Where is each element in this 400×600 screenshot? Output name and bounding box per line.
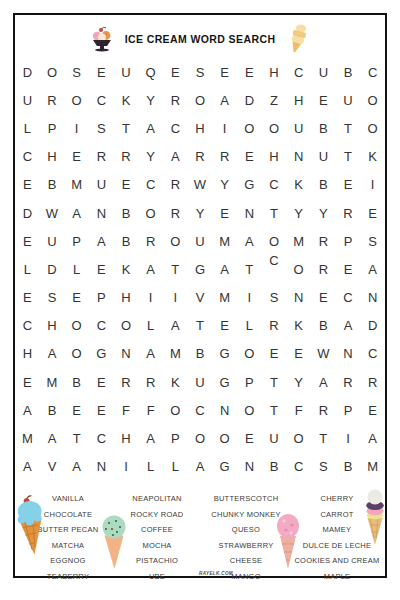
grid-cell-r4c8[interactable]: R: [188, 143, 213, 171]
grid-cell-r14c13[interactable]: T: [311, 424, 336, 452]
grid-cell-r13c12[interactable]: F: [286, 396, 311, 424]
grid-cell-r15c12[interactable]: C: [286, 453, 311, 481]
grid-cell-r7c3[interactable]: P: [64, 227, 89, 255]
grid-cell-r1c14[interactable]: B: [336, 58, 361, 86]
grid-cell-r5c10[interactable]: G: [237, 171, 262, 199]
grid-cell-r15c4[interactable]: N: [89, 453, 114, 481]
grid-cell-r15c9[interactable]: G: [212, 453, 237, 481]
grid-cell-r2c12[interactable]: H: [286, 86, 311, 114]
grid-cell-r8c11[interactable]: C: [262, 255, 287, 283]
grid-cell-r2c7[interactable]: R: [163, 86, 188, 114]
grid-cell-r14c6[interactable]: A: [138, 424, 163, 452]
grid-cell-r5c15[interactable]: I: [360, 171, 385, 199]
grid-cell-r2c2[interactable]: R: [40, 86, 65, 114]
grid-cell-r7c11[interactable]: O: [262, 227, 287, 255]
grid-cell-r14c9[interactable]: O: [212, 424, 237, 452]
grid-cell-r10c9[interactable]: E: [212, 312, 237, 340]
grid-cell-r3c3[interactable]: I: [64, 114, 89, 142]
grid-cell-r8c2[interactable]: D: [40, 255, 65, 283]
grid-cell-r11c6[interactable]: A: [138, 340, 163, 368]
grid-cell-r9c2[interactable]: S: [40, 284, 65, 312]
grid-cell-r15c15[interactable]: M: [360, 453, 385, 481]
grid-cell-r13c2[interactable]: B: [40, 396, 65, 424]
grid-cell-r9c9[interactable]: M: [212, 284, 237, 312]
grid-cell-r12c14[interactable]: R: [336, 368, 361, 396]
grid-cell-r12c5[interactable]: R: [114, 368, 139, 396]
grid-cell-r3c6[interactable]: A: [138, 114, 163, 142]
grid-cell-r6c11[interactable]: T: [262, 199, 287, 227]
grid-cell-r3c15[interactable]: O: [360, 114, 385, 142]
grid-cell-r4c3[interactable]: E: [64, 143, 89, 171]
grid-cell-r4c4[interactable]: R: [89, 143, 114, 171]
grid-cell-r4c15[interactable]: K: [360, 143, 385, 171]
grid-cell-r5c1[interactable]: E: [15, 171, 40, 199]
grid-cell-r10c4[interactable]: C: [89, 312, 114, 340]
mint-cone-icon: [100, 515, 128, 572]
grid-cell-r15c3[interactable]: A: [64, 453, 89, 481]
grid-cell-r6c9[interactable]: E: [212, 199, 237, 227]
grid-cell-r15c7[interactable]: L: [163, 453, 188, 481]
grid-cell-r15c5[interactable]: I: [114, 453, 139, 481]
grid-cell-r11c4[interactable]: G: [89, 340, 114, 368]
grid-cell-r12c10[interactable]: P: [237, 368, 262, 396]
grid-cell-r12c9[interactable]: G: [212, 368, 237, 396]
grid-cell-r14c14[interactable]: I: [336, 424, 361, 452]
grid-cell-r1c11[interactable]: H: [262, 58, 287, 86]
grid-cell-r12c13[interactable]: A: [311, 368, 336, 396]
grid-cell-r6c4[interactable]: N: [89, 199, 114, 227]
page-border-frame: ICE CREAM WORD SEARCH DOSEUQESEEHCUBCURO…: [13, 13, 387, 578]
grid-cell-r13c15[interactable]: E: [360, 396, 385, 424]
grid-cell-r6c5[interactable]: B: [114, 199, 139, 227]
grid-cell-r7c9[interactable]: M: [212, 227, 237, 255]
grid-cell-r11c13[interactable]: W: [311, 340, 336, 368]
grid-cell-r7c1[interactable]: E: [15, 227, 40, 255]
grid-cell-r9c11[interactable]: S: [262, 284, 287, 312]
grid-cell-r14c12[interactable]: O: [286, 424, 311, 452]
grid-cell-r8c10[interactable]: T: [237, 255, 262, 283]
grid-cell-r13c3[interactable]: E: [64, 396, 89, 424]
grid-cell-r5c7[interactable]: R: [163, 171, 188, 199]
grid-cell-r14c11[interactable]: U: [262, 424, 287, 452]
grid-cell-r9c13[interactable]: E: [311, 284, 336, 312]
grid-cell-r1c1[interactable]: D: [15, 58, 40, 86]
grid-cell-r6c1[interactable]: D: [15, 199, 40, 227]
grid-cell-r4c7[interactable]: A: [163, 143, 188, 171]
grid-cell-r9c6[interactable]: I: [138, 284, 163, 312]
grid-cell-r14c7[interactable]: P: [163, 424, 188, 452]
grid-cell-r2c11[interactable]: Z: [262, 86, 287, 114]
grid-cell-r4c13[interactable]: U: [311, 143, 336, 171]
grid-cell-r4c11[interactable]: H: [262, 143, 287, 171]
grid-cell-r2c6[interactable]: Y: [138, 86, 163, 114]
grid-cell-r13c7[interactable]: O: [163, 396, 188, 424]
grid-cell-r9c14[interactable]: C: [336, 284, 361, 312]
grid-cell-r12c8[interactable]: U: [188, 368, 213, 396]
grid-cell-r4c10[interactable]: E: [237, 143, 262, 171]
grid-cell-r11c15[interactable]: C: [360, 340, 385, 368]
title-row: ICE CREAM WORD SEARCH: [15, 22, 385, 56]
grid-cell-r11c12[interactable]: E: [286, 340, 311, 368]
grid-cell-r15c14[interactable]: B: [336, 453, 361, 481]
grid-cell-r6c6[interactable]: O: [138, 199, 163, 227]
grid-cell-r10c1[interactable]: C: [15, 312, 40, 340]
grid-cell-r2c4[interactable]: C: [89, 86, 114, 114]
strawberry-cone-icon: [275, 513, 301, 571]
grid-cell-r11c10[interactable]: O: [237, 340, 262, 368]
grid-cell-r10c10[interactable]: L: [237, 312, 262, 340]
grid-cell-r15c8[interactable]: A: [188, 453, 213, 481]
grid-cell-r14c10[interactable]: E: [237, 424, 262, 452]
grid-cell-r6c12[interactable]: Y: [286, 199, 311, 227]
grid-cell-r7c10[interactable]: A: [237, 227, 262, 255]
grid-cell-r1c6[interactable]: Q: [138, 58, 163, 86]
grid-cell-r9c5[interactable]: H: [114, 284, 139, 312]
grid-cell-r14c4[interactable]: C: [89, 424, 114, 452]
grid-cell-r4c9[interactable]: R: [212, 143, 237, 171]
grid-cell-r5c14[interactable]: E: [336, 171, 361, 199]
grid-cell-r8c12[interactable]: O: [286, 255, 311, 283]
grid-cell-r12c15[interactable]: R: [360, 368, 385, 396]
grid-cell-r13c8[interactable]: C: [188, 396, 213, 424]
grid-cell-r3c14[interactable]: T: [336, 114, 361, 142]
grid-cell-r5c5[interactable]: E: [114, 171, 139, 199]
grid-cell-r5c11[interactable]: C: [262, 171, 287, 199]
grid-cell-r3c2[interactable]: P: [40, 114, 65, 142]
grid-cell-r15c13[interactable]: S: [311, 453, 336, 481]
word-item: BUTTERSCOTCH: [196, 491, 296, 507]
grid-cell-r7c6[interactable]: R: [138, 227, 163, 255]
grid-cell-r1c9[interactable]: E: [212, 58, 237, 86]
triple-scoop-cone-icon: [362, 488, 388, 548]
grid-cell-r4c2[interactable]: H: [40, 143, 65, 171]
grid-cell-r9c12[interactable]: N: [286, 284, 311, 312]
grid-cell-r5c4[interactable]: U: [89, 171, 114, 199]
grid-cell-r1c10[interactable]: E: [237, 58, 262, 86]
grid-cell-r3c12[interactable]: U: [286, 114, 311, 142]
word-search-grid: DOSEUQESEEHCUBCUROCKYROADZHEUOLPISTACHIO…: [15, 58, 385, 482]
grid-cell-r12c11[interactable]: T: [262, 368, 287, 396]
grid-cell-r14c15[interactable]: A: [360, 424, 385, 452]
grid-cell-r12c12[interactable]: Y: [286, 368, 311, 396]
grid-cell-r8c8[interactable]: G: [188, 255, 213, 283]
grid-cell-r2c5[interactable]: K: [114, 86, 139, 114]
grid-cell-r10c11[interactable]: R: [262, 312, 287, 340]
grid-cell-r3c1[interactable]: L: [15, 114, 40, 142]
grid-cell-r14c2[interactable]: A: [40, 424, 65, 452]
grid-cell-r8c13[interactable]: R: [311, 255, 336, 283]
grid-cell-r12c2[interactable]: M: [40, 368, 65, 396]
grid-cell-r9c3[interactable]: E: [64, 284, 89, 312]
grid-cell-r2c8[interactable]: O: [188, 86, 213, 114]
grid-cell-r1c12[interactable]: C: [286, 58, 311, 86]
watermark: RAYELK.COM: [186, 571, 246, 576]
grid-cell-r7c12[interactable]: M: [286, 227, 311, 255]
grid-cell-r9c15[interactable]: N: [360, 284, 385, 312]
grid-cell-r7c2[interactable]: U: [40, 227, 65, 255]
grid-cell-r11c3[interactable]: O: [64, 340, 89, 368]
grid-cell-r15c10[interactable]: N: [237, 453, 262, 481]
grid-cell-r5c2[interactable]: B: [40, 171, 65, 199]
grid-cell-r1c7[interactable]: E: [163, 58, 188, 86]
grid-cell-r8c5[interactable]: K: [114, 255, 139, 283]
grid-cell-r5c13[interactable]: B: [311, 171, 336, 199]
grid-cell-r2c13[interactable]: E: [311, 86, 336, 114]
grid-cell-r9c4[interactable]: P: [89, 284, 114, 312]
grid-cell-r6c15[interactable]: E: [360, 199, 385, 227]
grid-cell-r7c14[interactable]: P: [336, 227, 361, 255]
grid-cell-r13c6[interactable]: F: [138, 396, 163, 424]
grid-cell-r13c4[interactable]: E: [89, 396, 114, 424]
grid-cell-r3c13[interactable]: B: [311, 114, 336, 142]
grid-cell-r4c5[interactable]: R: [114, 143, 139, 171]
grid-cell-r5c3[interactable]: M: [64, 171, 89, 199]
grid-cell-r9c10[interactable]: I: [237, 284, 262, 312]
grid-cell-r2c1[interactable]: U: [15, 86, 40, 114]
grid-cell-r12c3[interactable]: B: [64, 368, 89, 396]
grid-cell-r2c9[interactable]: A: [212, 86, 237, 114]
grid-cell-r3c7[interactable]: C: [163, 114, 188, 142]
grid-cell-r3c10[interactable]: O: [237, 114, 262, 142]
grid-cell-r13c14[interactable]: P: [336, 396, 361, 424]
grid-cell-r11c1[interactable]: H: [15, 340, 40, 368]
grid-cell-r15c2[interactable]: V: [40, 453, 65, 481]
grid-cell-r10c3[interactable]: O: [64, 312, 89, 340]
grid-cell-r12c1[interactable]: E: [15, 368, 40, 396]
grid-cell-r11c9[interactable]: G: [212, 340, 237, 368]
grid-cell-r15c6[interactable]: L: [138, 453, 163, 481]
grid-cell-r15c1[interactable]: A: [15, 453, 40, 481]
grid-cell-r2c14[interactable]: U: [336, 86, 361, 114]
grid-cell-r10c15[interactable]: D: [360, 312, 385, 340]
grid-cell-r12c4[interactable]: E: [89, 368, 114, 396]
grid-cell-r7c13[interactable]: R: [311, 227, 336, 255]
grid-cell-r6c14[interactable]: R: [336, 199, 361, 227]
grid-cell-r9c7[interactable]: I: [163, 284, 188, 312]
grid-cell-r3c11[interactable]: O: [262, 114, 287, 142]
grid-cell-r6c3[interactable]: A: [64, 199, 89, 227]
grid-cell-r8c7[interactable]: T: [163, 255, 188, 283]
grid-cell-r13c1[interactable]: A: [15, 396, 40, 424]
grid-cell-r7c8[interactable]: U: [188, 227, 213, 255]
grid-cell-r14c1[interactable]: M: [15, 424, 40, 452]
grid-cell-r4c6[interactable]: Y: [138, 143, 163, 171]
grid-cell-r14c3[interactable]: T: [64, 424, 89, 452]
grid-cell-r15c11[interactable]: B: [262, 453, 287, 481]
grid-cell-r5c8[interactable]: W: [188, 171, 213, 199]
grid-cell-r8c6[interactable]: A: [138, 255, 163, 283]
grid-cell-r6c10[interactable]: N: [237, 199, 262, 227]
grid-cell-r8c3[interactable]: L: [64, 255, 89, 283]
grid-cell-r8c14[interactable]: E: [336, 255, 361, 283]
grid-cell-r6c2[interactable]: W: [40, 199, 65, 227]
grid-cell-r11c5[interactable]: N: [114, 340, 139, 368]
grid-cell-r11c14[interactable]: N: [336, 340, 361, 368]
grid-cell-r3c8[interactable]: H: [188, 114, 213, 142]
grid-cell-r13c5[interactable]: F: [114, 396, 139, 424]
grid-cell-r1c2[interactable]: O: [40, 58, 65, 86]
grid-cell-r8c15[interactable]: A: [360, 255, 385, 283]
grid-cell-r2c3[interactable]: O: [64, 86, 89, 114]
grid-cell-r6c7[interactable]: R: [163, 199, 188, 227]
grid-cell-r10c14[interactable]: A: [336, 312, 361, 340]
grid-cell-r1c15[interactable]: C: [360, 58, 385, 86]
grid-cell-r6c8[interactable]: Y: [188, 199, 213, 227]
grid-cell-r11c8[interactable]: B: [188, 340, 213, 368]
grid-cell-r4c14[interactable]: T: [336, 143, 361, 171]
grid-cell-r13c11[interactable]: T: [262, 396, 287, 424]
grid-cell-r9c1[interactable]: E: [15, 284, 40, 312]
grid-cell-r8c9[interactable]: A: [212, 255, 237, 283]
grid-cell-r2c15[interactable]: O: [360, 86, 385, 114]
grid-cell-r13c9[interactable]: N: [212, 396, 237, 424]
grid-cell-r12c6[interactable]: R: [138, 368, 163, 396]
grid-cell-r11c2[interactable]: A: [40, 340, 65, 368]
grid-cell-r10c8[interactable]: T: [188, 312, 213, 340]
grid-cell-r10c12[interactable]: K: [286, 312, 311, 340]
grid-cell-r1c4[interactable]: E: [89, 58, 114, 86]
grid-cell-r14c8[interactable]: O: [188, 424, 213, 452]
grid-cell-r13c10[interactable]: O: [237, 396, 262, 424]
grid-cell-r3c9[interactable]: I: [212, 114, 237, 142]
grid-cell-r1c5[interactable]: U: [114, 58, 139, 86]
grid-cell-r9c8[interactable]: V: [188, 284, 213, 312]
soft-serve-icon: [287, 23, 309, 55]
grid-cell-r14c5[interactable]: H: [114, 424, 139, 452]
grid-cell-r4c1[interactable]: C: [15, 143, 40, 171]
grid-cell-r7c4[interactable]: A: [89, 227, 114, 255]
teal-cone-icon: [16, 495, 46, 559]
grid-cell-r10c2[interactable]: H: [40, 312, 65, 340]
grid-cell-r5c6[interactable]: C: [138, 171, 163, 199]
grid-cell-r11c7[interactable]: M: [163, 340, 188, 368]
word-item: NEAPOLITAN: [107, 491, 207, 507]
grid-cell-r6c13[interactable]: Y: [311, 199, 336, 227]
grid-cell-r1c13[interactable]: U: [311, 58, 336, 86]
grid-cell-r1c3[interactable]: S: [64, 58, 89, 86]
grid-cell-r8c1[interactable]: L: [15, 255, 40, 283]
grid-cell-r7c5[interactable]: B: [114, 227, 139, 255]
grid-cell-r10c13[interactable]: B: [311, 312, 336, 340]
page-title: ICE CREAM WORD SEARCH: [125, 33, 276, 45]
sundae-icon: [91, 26, 113, 52]
word-item: MAPLE: [287, 569, 387, 585]
grid-cell-r10c7[interactable]: A: [163, 312, 188, 340]
grid-cell-r3c4[interactable]: S: [89, 114, 114, 142]
grid-cell-r5c9[interactable]: Y: [212, 171, 237, 199]
grid-cell-r5c12[interactable]: K: [286, 171, 311, 199]
grid-cell-r13c13[interactable]: R: [311, 396, 336, 424]
grid-cell-r7c7[interactable]: O: [163, 227, 188, 255]
grid-cell-r8c4[interactable]: E: [89, 255, 114, 283]
word-item: COOKIES AND CREAM: [287, 553, 387, 569]
grid-cell-r11c11[interactable]: E: [262, 340, 287, 368]
grid-cell-r10c6[interactable]: L: [138, 312, 163, 340]
grid-cell-r3c5[interactable]: T: [114, 114, 139, 142]
grid-cell-r4c12[interactable]: N: [286, 143, 311, 171]
grid-cell-r7c15[interactable]: S: [360, 227, 385, 255]
grid-cell-r10c5[interactable]: O: [114, 312, 139, 340]
grid-cell-r12c7[interactable]: K: [163, 368, 188, 396]
grid-cell-r2c10[interactable]: D: [237, 86, 262, 114]
grid-cell-r1c8[interactable]: S: [188, 58, 213, 86]
